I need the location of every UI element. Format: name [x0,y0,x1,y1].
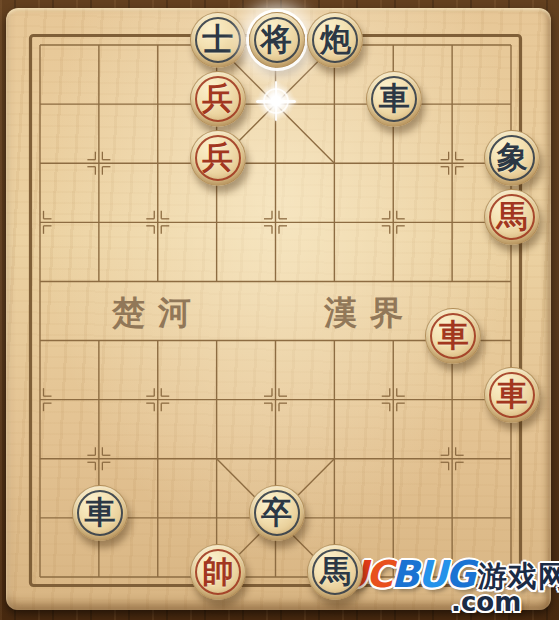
watermark-brand: UCBUG 游戏网 [338,556,559,593]
piece-ring [195,17,241,63]
piece-ring [371,76,417,122]
river-label-left: 楚河 [112,293,204,333]
watermark-letter: U [417,553,445,596]
piece-ring [195,76,241,122]
piece-ring [254,17,300,63]
river-label-right: 漢界 [324,293,416,333]
piece-ring [489,372,535,418]
piece-ring [312,17,358,63]
watermark-ucbug: UCBUG 游戏网 .com [338,556,559,615]
piece-red-soldier-a[interactable]: 兵 [190,71,246,127]
piece-ring [489,135,535,181]
piece-ring [254,490,300,536]
piece-black-cannon[interactable]: 炮 [307,12,363,68]
piece-ring [312,549,358,595]
piece-black-advisor[interactable]: 士 [190,12,246,68]
piece-red-horse[interactable]: 馬 [484,189,540,245]
watermark-letter: B [391,553,417,596]
piece-black-general[interactable]: 将 [249,12,305,68]
xiangqi-app: 楚河 漢界 士将炮兵車兵象馬車車車卒帥馬 UCBUG 游戏网 .com [0,0,559,620]
piece-red-general[interactable]: 帥 [190,544,246,600]
piece-red-soldier-b[interactable]: 兵 [190,130,246,186]
piece-ring [195,549,241,595]
piece-black-elephant[interactable]: 象 [484,130,540,186]
piece-ring [489,194,535,240]
piece-black-soldier[interactable]: 卒 [249,485,305,541]
piece-black-chariot-b[interactable]: 車 [72,485,128,541]
piece-ring [430,313,476,359]
watermark-letter: C [366,553,391,596]
piece-red-chariot-a[interactable]: 車 [425,308,481,364]
piece-red-chariot-b[interactable]: 車 [484,367,540,423]
piece-ring [77,490,123,536]
piece-black-horse[interactable]: 馬 [307,544,363,600]
piece-ring [195,135,241,181]
piece-black-chariot-a[interactable]: 車 [366,71,422,127]
